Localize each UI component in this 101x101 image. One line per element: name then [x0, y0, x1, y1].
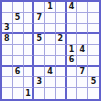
cell-r3c6[interactable]	[56, 24, 67, 35]
cell-r5c7[interactable]: 1	[67, 45, 78, 56]
cell-r4c1[interactable]: 8	[2, 34, 13, 45]
cell-r7c1[interactable]	[2, 67, 13, 78]
cell-r8c5[interactable]	[45, 77, 56, 88]
cell-r1c9[interactable]	[88, 2, 99, 13]
cell-r4c3[interactable]	[24, 34, 35, 45]
cell-r5c4[interactable]	[34, 45, 45, 56]
cell-r3c5[interactable]	[45, 24, 56, 35]
cell-r4c4[interactable]: 5	[34, 34, 45, 45]
cell-r4c6[interactable]: 2	[56, 34, 67, 45]
cell-r1c4[interactable]	[34, 2, 45, 13]
cell-r6c2[interactable]	[13, 56, 24, 67]
cell-r5c1[interactable]	[2, 45, 13, 56]
cell-r2c3[interactable]	[24, 13, 35, 24]
cell-r2c4[interactable]: 7	[34, 13, 45, 24]
cell-r6c9[interactable]	[88, 56, 99, 67]
cell-r7c3[interactable]	[24, 67, 35, 78]
cell-r2c9[interactable]	[88, 13, 99, 24]
cell-r1c8[interactable]	[77, 2, 88, 13]
cell-r7c6[interactable]	[56, 67, 67, 78]
cell-r6c4[interactable]	[34, 56, 45, 67]
cell-r3c8[interactable]	[77, 24, 88, 35]
cell-r2c5[interactable]	[45, 13, 56, 24]
cell-r9c5[interactable]	[45, 88, 56, 99]
cell-r3c4[interactable]	[34, 24, 45, 35]
cell-r9c2[interactable]	[13, 88, 24, 99]
cell-r6c5[interactable]	[45, 56, 56, 67]
cell-r5c9[interactable]	[88, 45, 99, 56]
cell-r9c9[interactable]	[88, 88, 99, 99]
cell-r9c6[interactable]	[56, 88, 67, 99]
cell-r1c7[interactable]: 4	[67, 2, 78, 13]
cell-r8c9[interactable]: 5	[88, 77, 99, 88]
cell-r5c8[interactable]: 4	[77, 45, 88, 56]
cell-r8c3[interactable]	[24, 77, 35, 88]
cell-r8c7[interactable]	[67, 77, 78, 88]
cell-r5c5[interactable]	[45, 45, 56, 56]
cell-r2c7[interactable]	[67, 13, 78, 24]
cell-r8c1[interactable]	[2, 77, 13, 88]
cell-r3c3[interactable]	[24, 24, 35, 35]
cell-r6c3[interactable]	[24, 56, 35, 67]
cell-r4c2[interactable]	[13, 34, 24, 45]
cell-r8c2[interactable]	[13, 77, 24, 88]
cell-r7c9[interactable]	[88, 67, 99, 78]
cell-r2c2[interactable]: 5	[13, 13, 24, 24]
cell-r4c7[interactable]	[67, 34, 78, 45]
cell-r3c1[interactable]: 3	[2, 24, 13, 35]
cell-r9c4[interactable]	[34, 88, 45, 99]
cell-r8c4[interactable]: 3	[34, 77, 45, 88]
cell-r4c5[interactable]	[45, 34, 56, 45]
cell-r3c9[interactable]	[88, 24, 99, 35]
cell-r8c8[interactable]	[77, 77, 88, 88]
cell-r9c8[interactable]	[77, 88, 88, 99]
cell-r6c6[interactable]	[56, 56, 67, 67]
cell-r1c5[interactable]: 1	[45, 2, 56, 13]
cell-r1c3[interactable]	[24, 2, 35, 13]
cell-r4c8[interactable]	[77, 34, 88, 45]
cell-r6c7[interactable]: 6	[67, 56, 78, 67]
cell-r2c6[interactable]	[56, 13, 67, 24]
cell-r6c8[interactable]	[77, 56, 88, 67]
cell-r9c7[interactable]	[67, 88, 78, 99]
cell-r7c4[interactable]	[34, 67, 45, 78]
cell-r5c6[interactable]	[56, 45, 67, 56]
cell-r2c1[interactable]	[2, 13, 13, 24]
cell-r2c8[interactable]	[77, 13, 88, 24]
cell-r1c2[interactable]	[13, 2, 24, 13]
cell-r1c1[interactable]	[2, 2, 13, 13]
cell-r3c7[interactable]	[67, 24, 78, 35]
cell-r3c2[interactable]	[13, 24, 24, 35]
cell-r6c1[interactable]	[2, 56, 13, 67]
cell-r5c3[interactable]	[24, 45, 35, 56]
cell-r9c1[interactable]	[2, 88, 13, 99]
cell-r5c2[interactable]	[13, 45, 24, 56]
cell-r1c6[interactable]	[56, 2, 67, 13]
cell-r7c5[interactable]: 4	[45, 67, 56, 78]
cell-r7c8[interactable]: 7	[77, 67, 88, 78]
cell-r8c6[interactable]	[56, 77, 67, 88]
cell-r4c9[interactable]	[88, 34, 99, 45]
sudoku-board: 14573852146647351	[0, 0, 101, 101]
cell-r7c7[interactable]	[67, 67, 78, 78]
cell-r9c3[interactable]: 1	[24, 88, 35, 99]
cell-r7c2[interactable]: 6	[13, 67, 24, 78]
